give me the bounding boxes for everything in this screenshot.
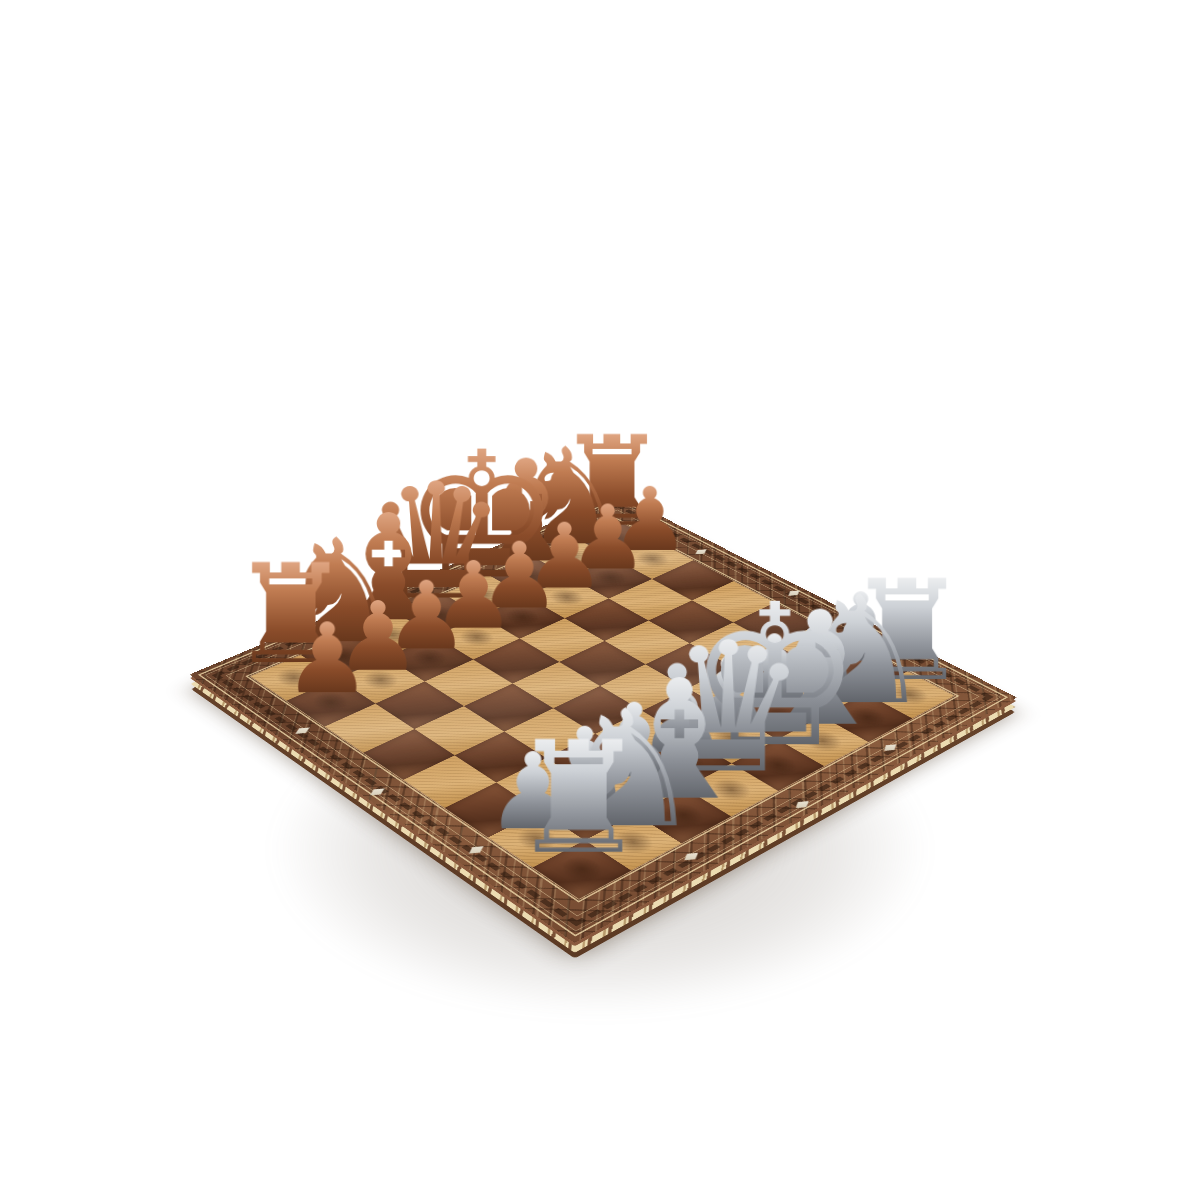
piece-silver-rook-a1: ♜ (455, 728, 702, 871)
pearl-inlay-diamond (366, 786, 388, 798)
product-photo-scene: ♜♟♟♜♞♟♟♞♝♟♟♝♚♟♟♚♛♟♟♛♝♟♟♝♞♟♟♞♜♟♟♜ (0, 0, 1200, 1200)
square-a1: ♜ (533, 840, 632, 899)
pearl-inlay-diamond (292, 725, 313, 736)
piece-copper-pawn-a7: ♟ (217, 614, 440, 703)
